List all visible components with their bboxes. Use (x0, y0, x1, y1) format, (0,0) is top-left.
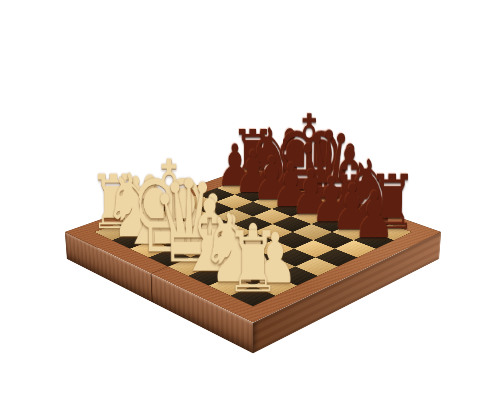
piece-glyph: ♜ (225, 230, 281, 295)
piece-black-rook-h8: ♜ (228, 127, 279, 181)
piece-white-pawn-a2: ♟ (244, 229, 307, 286)
product-photo: ♜♞♝♛♚♝♞♜♟♟♟♟♟♟♟♟♟♟♟♟♟♟♟♟♜♞♝♛♚♝♞♜ (0, 0, 500, 400)
chess-board: ♜♞♝♛♚♝♞♜♟♟♟♟♟♟♟♟♟♟♟♟♟♟♟♟♜♞♝♛♚♝♞♜ (65, 166, 441, 323)
piece-glyph: ♟ (252, 231, 298, 285)
fold-joint-line (150, 273, 152, 302)
piece-white-rook-a1: ♜ (221, 228, 285, 296)
scene: ♜♞♝♛♚♝♞♜♟♟♟♟♟♟♟♟♟♟♟♟♟♟♟♟♜♞♝♛♚♝♞♜ (0, 0, 500, 400)
piece-glyph: ♜ (231, 129, 275, 181)
